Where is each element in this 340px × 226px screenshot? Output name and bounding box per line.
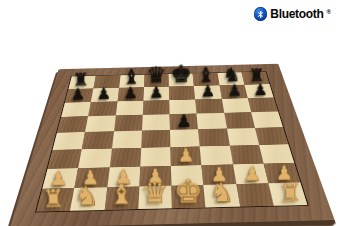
square-c6 (115, 101, 143, 116)
square-g1 (236, 184, 274, 207)
black-knight-g8: ♞ (219, 66, 245, 85)
square-a8: ♜ (68, 76, 95, 89)
black-pawn-d7: ♟ (143, 85, 169, 101)
square-b5 (85, 116, 115, 132)
square-d8: ♛ (144, 74, 169, 87)
black-pawn-f7: ♟ (195, 83, 221, 99)
square-e8: ♚ (169, 73, 194, 86)
square-b3 (78, 148, 111, 167)
white-rook-h1: ♜ (273, 181, 307, 205)
white-rook-a1: ♜ (36, 187, 70, 211)
square-a5 (57, 116, 88, 132)
square-h7: ♟ (244, 84, 273, 98)
bluetooth-logo: Bluetooth ® (254, 7, 331, 21)
square-e4 (170, 129, 200, 147)
black-rook-h8: ♜ (244, 67, 269, 84)
white-knight-f1: ♞ (205, 181, 239, 207)
white-pawn-f2: ♟ (203, 165, 236, 184)
square-f3 (200, 146, 233, 165)
square-d4 (141, 130, 170, 148)
square-f6 (195, 99, 224, 114)
white-pawn-c2: ♟ (106, 168, 139, 187)
square-c8: ♝ (119, 75, 145, 88)
square-b4 (82, 131, 114, 149)
square-g5 (224, 112, 255, 128)
square-g6 (221, 98, 251, 113)
bluetooth-icon (254, 7, 267, 21)
bluetooth-wordmark: Bluetooth (270, 8, 323, 20)
square-a6 (61, 102, 91, 117)
square-e2 (171, 165, 204, 186)
square-f4 (198, 129, 229, 147)
white-pawn-b2: ♟ (74, 168, 107, 187)
square-e6 (169, 99, 196, 114)
black-bishop-f8: ♝ (194, 65, 220, 85)
white-knight-b1: ♞ (70, 184, 104, 210)
square-d1: ♛ (138, 186, 172, 209)
square-a2: ♟ (42, 168, 78, 189)
square-c2: ♟ (107, 166, 140, 187)
black-pawn-a7: ♟ (65, 86, 91, 102)
black-queen-d8: ♛ (143, 65, 169, 87)
square-b1: ♞ (70, 187, 107, 210)
square-e3: ♟ (170, 146, 201, 165)
square-a7: ♟ (65, 88, 94, 102)
square-b8 (94, 75, 121, 88)
product-photo-stage: Bluetooth ® ♜♝♛♚♝♞♜♟♟♟♟♟♟♟♟♟♟♟♟♟♟♟♟♜♞♝♛♚… (0, 0, 340, 226)
square-e7 (169, 86, 195, 100)
square-a4 (53, 132, 86, 150)
square-b2: ♟ (75, 167, 110, 188)
black-pawn-c7: ♟ (117, 85, 143, 101)
white-pawn-a2: ♟ (42, 169, 75, 188)
square-d6 (143, 100, 170, 115)
white-pawn-g2: ♟ (235, 164, 268, 183)
bluetooth-registered-mark: ® (327, 9, 331, 15)
square-a1: ♜ (36, 188, 74, 211)
black-pawn-h7: ♟ (247, 82, 273, 98)
square-g2: ♟ (232, 163, 268, 184)
square-b6 (88, 101, 117, 116)
square-d5 (142, 114, 170, 130)
square-h5 (251, 112, 283, 128)
square-h1: ♜ (268, 183, 307, 206)
square-e1: ♚ (171, 185, 205, 208)
black-bishop-c8: ♝ (118, 67, 144, 87)
square-b7: ♟ (91, 88, 119, 102)
square-h4 (255, 127, 289, 145)
white-pawn-d2: ♟ (139, 167, 172, 186)
square-f5 (197, 113, 227, 129)
white-pawn-e3: ♟ (170, 147, 201, 165)
black-pawn-b7: ♟ (91, 86, 117, 102)
white-pawn-h2: ♟ (268, 164, 301, 183)
square-g7: ♟ (219, 85, 247, 99)
square-f8: ♝ (193, 73, 219, 86)
black-pawn-e5: ♟ (170, 113, 199, 130)
square-f1: ♞ (204, 184, 240, 207)
square-d7: ♟ (143, 87, 169, 101)
square-h6 (247, 97, 278, 112)
square-h2: ♟ (263, 163, 300, 184)
square-c3 (109, 148, 141, 167)
square-h3 (259, 144, 294, 163)
square-d3 (140, 147, 171, 166)
square-g4 (226, 128, 258, 146)
square-g8: ♞ (217, 72, 244, 85)
square-e5: ♟ (170, 114, 199, 130)
square-c4 (111, 131, 141, 149)
chess-board: ♜♝♛♚♝♞♜♟♟♟♟♟♟♟♟♟♟♟♟♟♟♟♟♜♞♝♛♚♞♜ (35, 71, 309, 212)
black-rook-a8: ♜ (68, 71, 93, 88)
square-c7: ♟ (117, 87, 144, 101)
square-a3 (48, 149, 82, 168)
square-h8: ♜ (241, 72, 269, 85)
square-c5 (114, 115, 143, 131)
square-f2: ♟ (202, 164, 236, 185)
black-king-e8: ♚ (168, 63, 194, 86)
square-f7: ♟ (194, 85, 221, 99)
square-g3 (229, 145, 263, 164)
square-d2: ♟ (139, 166, 171, 187)
chess-board-frame: ♜♝♛♚♝♞♜♟♟♟♟♟♟♟♟♟♟♟♟♟♟♟♟♜♞♝♛♚♞♜ (10, 64, 335, 226)
square-c1: ♝ (104, 187, 139, 210)
